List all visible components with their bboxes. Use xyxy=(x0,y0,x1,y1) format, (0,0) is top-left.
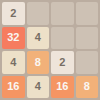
tile-8: 8 xyxy=(27,51,50,74)
tile-2: 2 xyxy=(2,2,25,25)
empty-cell xyxy=(51,2,74,25)
tile-2: 2 xyxy=(51,51,74,74)
tile-4: 4 xyxy=(27,76,50,99)
empty-cell xyxy=(27,2,50,25)
board-2048[interactable]: 2324482164168 xyxy=(0,0,100,100)
tile-4: 4 xyxy=(2,51,25,74)
empty-cell xyxy=(76,2,99,25)
empty-cell xyxy=(76,27,99,50)
tile-4: 4 xyxy=(27,27,50,50)
tile-32: 32 xyxy=(2,27,25,50)
tile-16: 16 xyxy=(2,76,25,99)
tile-8: 8 xyxy=(76,76,99,99)
empty-cell xyxy=(76,51,99,74)
empty-cell xyxy=(51,27,74,50)
tile-16: 16 xyxy=(51,76,74,99)
